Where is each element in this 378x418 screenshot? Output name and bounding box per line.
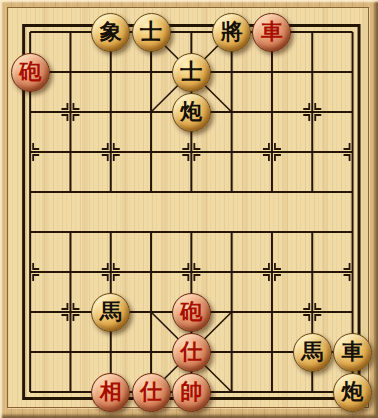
piece-red-chariot[interactable]: 車 <box>252 13 291 52</box>
piece-black-horse[interactable]: 馬 <box>293 333 332 372</box>
piece-black-advisor[interactable]: 士 <box>132 13 171 52</box>
piece-red-advisor[interactable]: 仕 <box>132 373 171 412</box>
piece-black-elephant[interactable]: 象 <box>91 13 130 52</box>
piece-red-cannon[interactable]: 砲 <box>11 53 50 92</box>
piece-red-cannon[interactable]: 砲 <box>172 293 211 332</box>
piece-red-advisor[interactable]: 仕 <box>172 333 211 372</box>
piece-red-elephant[interactable]: 相 <box>91 373 130 412</box>
piece-black-cannon[interactable]: 炮 <box>333 373 372 412</box>
xiangqi-app: 象士將車砲士炮馬砲仕馬車相仕帥炮 <box>0 0 378 418</box>
piece-black-cannon[interactable]: 炮 <box>172 93 211 132</box>
piece-black-horse[interactable]: 馬 <box>91 293 130 332</box>
xiangqi-board[interactable]: 象士將車砲士炮馬砲仕馬車相仕帥炮 <box>10 12 373 412</box>
piece-black-chariot[interactable]: 車 <box>333 333 372 372</box>
piece-black-advisor[interactable]: 士 <box>172 53 211 92</box>
piece-red-general[interactable]: 帥 <box>172 373 211 412</box>
piece-black-general[interactable]: 將 <box>212 13 251 52</box>
